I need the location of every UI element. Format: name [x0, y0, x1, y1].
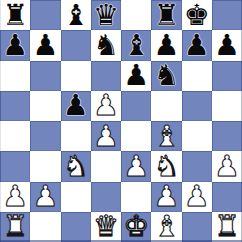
black-rook-icon: ♜: [2, 1, 28, 30]
white-pawn-icon: ♟: [123, 152, 149, 181]
square-c4[interactable]: [61, 121, 91, 151]
white-rook-icon: ♜: [214, 212, 240, 241]
square-f6[interactable]: ♞: [151, 61, 181, 91]
black-king-icon: ♚: [184, 1, 210, 30]
square-g3[interactable]: [182, 151, 212, 181]
square-a1[interactable]: ♜: [0, 212, 30, 242]
white-rook-icon: ♜: [2, 212, 28, 241]
square-d4[interactable]: ♟: [91, 121, 121, 151]
black-bishop-icon: ♝: [123, 31, 149, 60]
square-f2[interactable]: ♟: [151, 182, 181, 212]
white-knight-icon: ♞: [153, 152, 179, 181]
square-e2[interactable]: [121, 182, 151, 212]
black-queen-icon: ♛: [93, 1, 119, 30]
black-rook-icon: ♜: [153, 1, 179, 30]
square-e1[interactable]: ♚: [121, 212, 151, 242]
square-f1[interactable]: ♝: [151, 212, 181, 242]
square-h1[interactable]: ♜: [212, 212, 242, 242]
white-pawn-icon: ♟: [93, 91, 119, 120]
square-a5[interactable]: [0, 91, 30, 121]
square-e6[interactable]: ♟: [121, 61, 151, 91]
square-f7[interactable]: ♟: [151, 30, 181, 60]
square-d1[interactable]: ♛: [91, 212, 121, 242]
square-c7[interactable]: [61, 30, 91, 60]
square-e4[interactable]: [121, 121, 151, 151]
black-pawn-icon: ♟: [2, 31, 28, 60]
black-pawn-icon: ♟: [63, 91, 89, 120]
square-a4[interactable]: [0, 121, 30, 151]
square-h6[interactable]: [212, 61, 242, 91]
chess-board: ♜♝♛♜♚♟♟♞♝♟♟♟♟♞♟♟♟♝♞♟♞♟♟♟♟♟♜♛♚♝♜: [0, 0, 242, 242]
black-pawn-icon: ♟: [214, 31, 240, 60]
square-d3[interactable]: [91, 151, 121, 181]
white-bishop-icon: ♝: [153, 212, 179, 241]
square-h7[interactable]: ♟: [212, 30, 242, 60]
square-e5[interactable]: [121, 91, 151, 121]
square-g8[interactable]: ♚: [182, 0, 212, 30]
square-h5[interactable]: [212, 91, 242, 121]
square-a3[interactable]: [0, 151, 30, 181]
square-g7[interactable]: ♟: [182, 30, 212, 60]
square-c5[interactable]: ♟: [61, 91, 91, 121]
square-d2[interactable]: [91, 182, 121, 212]
square-g6[interactable]: [182, 61, 212, 91]
white-king-icon: ♚: [123, 212, 149, 241]
square-e7[interactable]: ♝: [121, 30, 151, 60]
white-pawn-icon: ♟: [32, 182, 58, 211]
square-b2[interactable]: ♟: [30, 182, 60, 212]
square-a8[interactable]: ♜: [0, 0, 30, 30]
black-pawn-icon: ♟: [184, 31, 210, 60]
white-pawn-icon: ♟: [2, 182, 28, 211]
square-f5[interactable]: [151, 91, 181, 121]
square-f3[interactable]: ♞: [151, 151, 181, 181]
square-b5[interactable]: [30, 91, 60, 121]
square-a2[interactable]: ♟: [0, 182, 30, 212]
black-knight-icon: ♞: [93, 31, 119, 60]
white-queen-icon: ♛: [93, 212, 119, 241]
square-c3[interactable]: ♞: [61, 151, 91, 181]
white-pawn-icon: ♟: [214, 152, 240, 181]
square-g1[interactable]: [182, 212, 212, 242]
black-bishop-icon: ♝: [63, 1, 89, 30]
white-knight-icon: ♞: [63, 152, 89, 181]
square-g2[interactable]: ♟: [182, 182, 212, 212]
square-c8[interactable]: ♝: [61, 0, 91, 30]
black-pawn-icon: ♟: [32, 31, 58, 60]
square-b3[interactable]: [30, 151, 60, 181]
square-b4[interactable]: [30, 121, 60, 151]
square-g4[interactable]: [182, 121, 212, 151]
square-h2[interactable]: [212, 182, 242, 212]
square-g5[interactable]: [182, 91, 212, 121]
square-e3[interactable]: ♟: [121, 151, 151, 181]
white-bishop-icon: ♝: [153, 122, 179, 151]
square-b1[interactable]: [30, 212, 60, 242]
square-c2[interactable]: [61, 182, 91, 212]
black-knight-icon: ♞: [153, 61, 179, 90]
black-pawn-icon: ♟: [153, 31, 179, 60]
square-f8[interactable]: ♜: [151, 0, 181, 30]
white-pawn-icon: ♟: [153, 182, 179, 211]
square-f4[interactable]: ♝: [151, 121, 181, 151]
square-c1[interactable]: [61, 212, 91, 242]
square-b8[interactable]: [30, 0, 60, 30]
black-pawn-icon: ♟: [123, 61, 149, 90]
square-d8[interactable]: ♛: [91, 0, 121, 30]
square-h4[interactable]: [212, 121, 242, 151]
square-d6[interactable]: [91, 61, 121, 91]
square-c6[interactable]: [61, 61, 91, 91]
square-a6[interactable]: [0, 61, 30, 91]
square-d5[interactable]: ♟: [91, 91, 121, 121]
square-b6[interactable]: [30, 61, 60, 91]
square-h8[interactable]: [212, 0, 242, 30]
square-h3[interactable]: ♟: [212, 151, 242, 181]
white-pawn-icon: ♟: [184, 182, 210, 211]
square-a7[interactable]: ♟: [0, 30, 30, 60]
white-pawn-icon: ♟: [93, 122, 119, 151]
square-d7[interactable]: ♞: [91, 30, 121, 60]
square-e8[interactable]: [121, 0, 151, 30]
square-b7[interactable]: ♟: [30, 30, 60, 60]
